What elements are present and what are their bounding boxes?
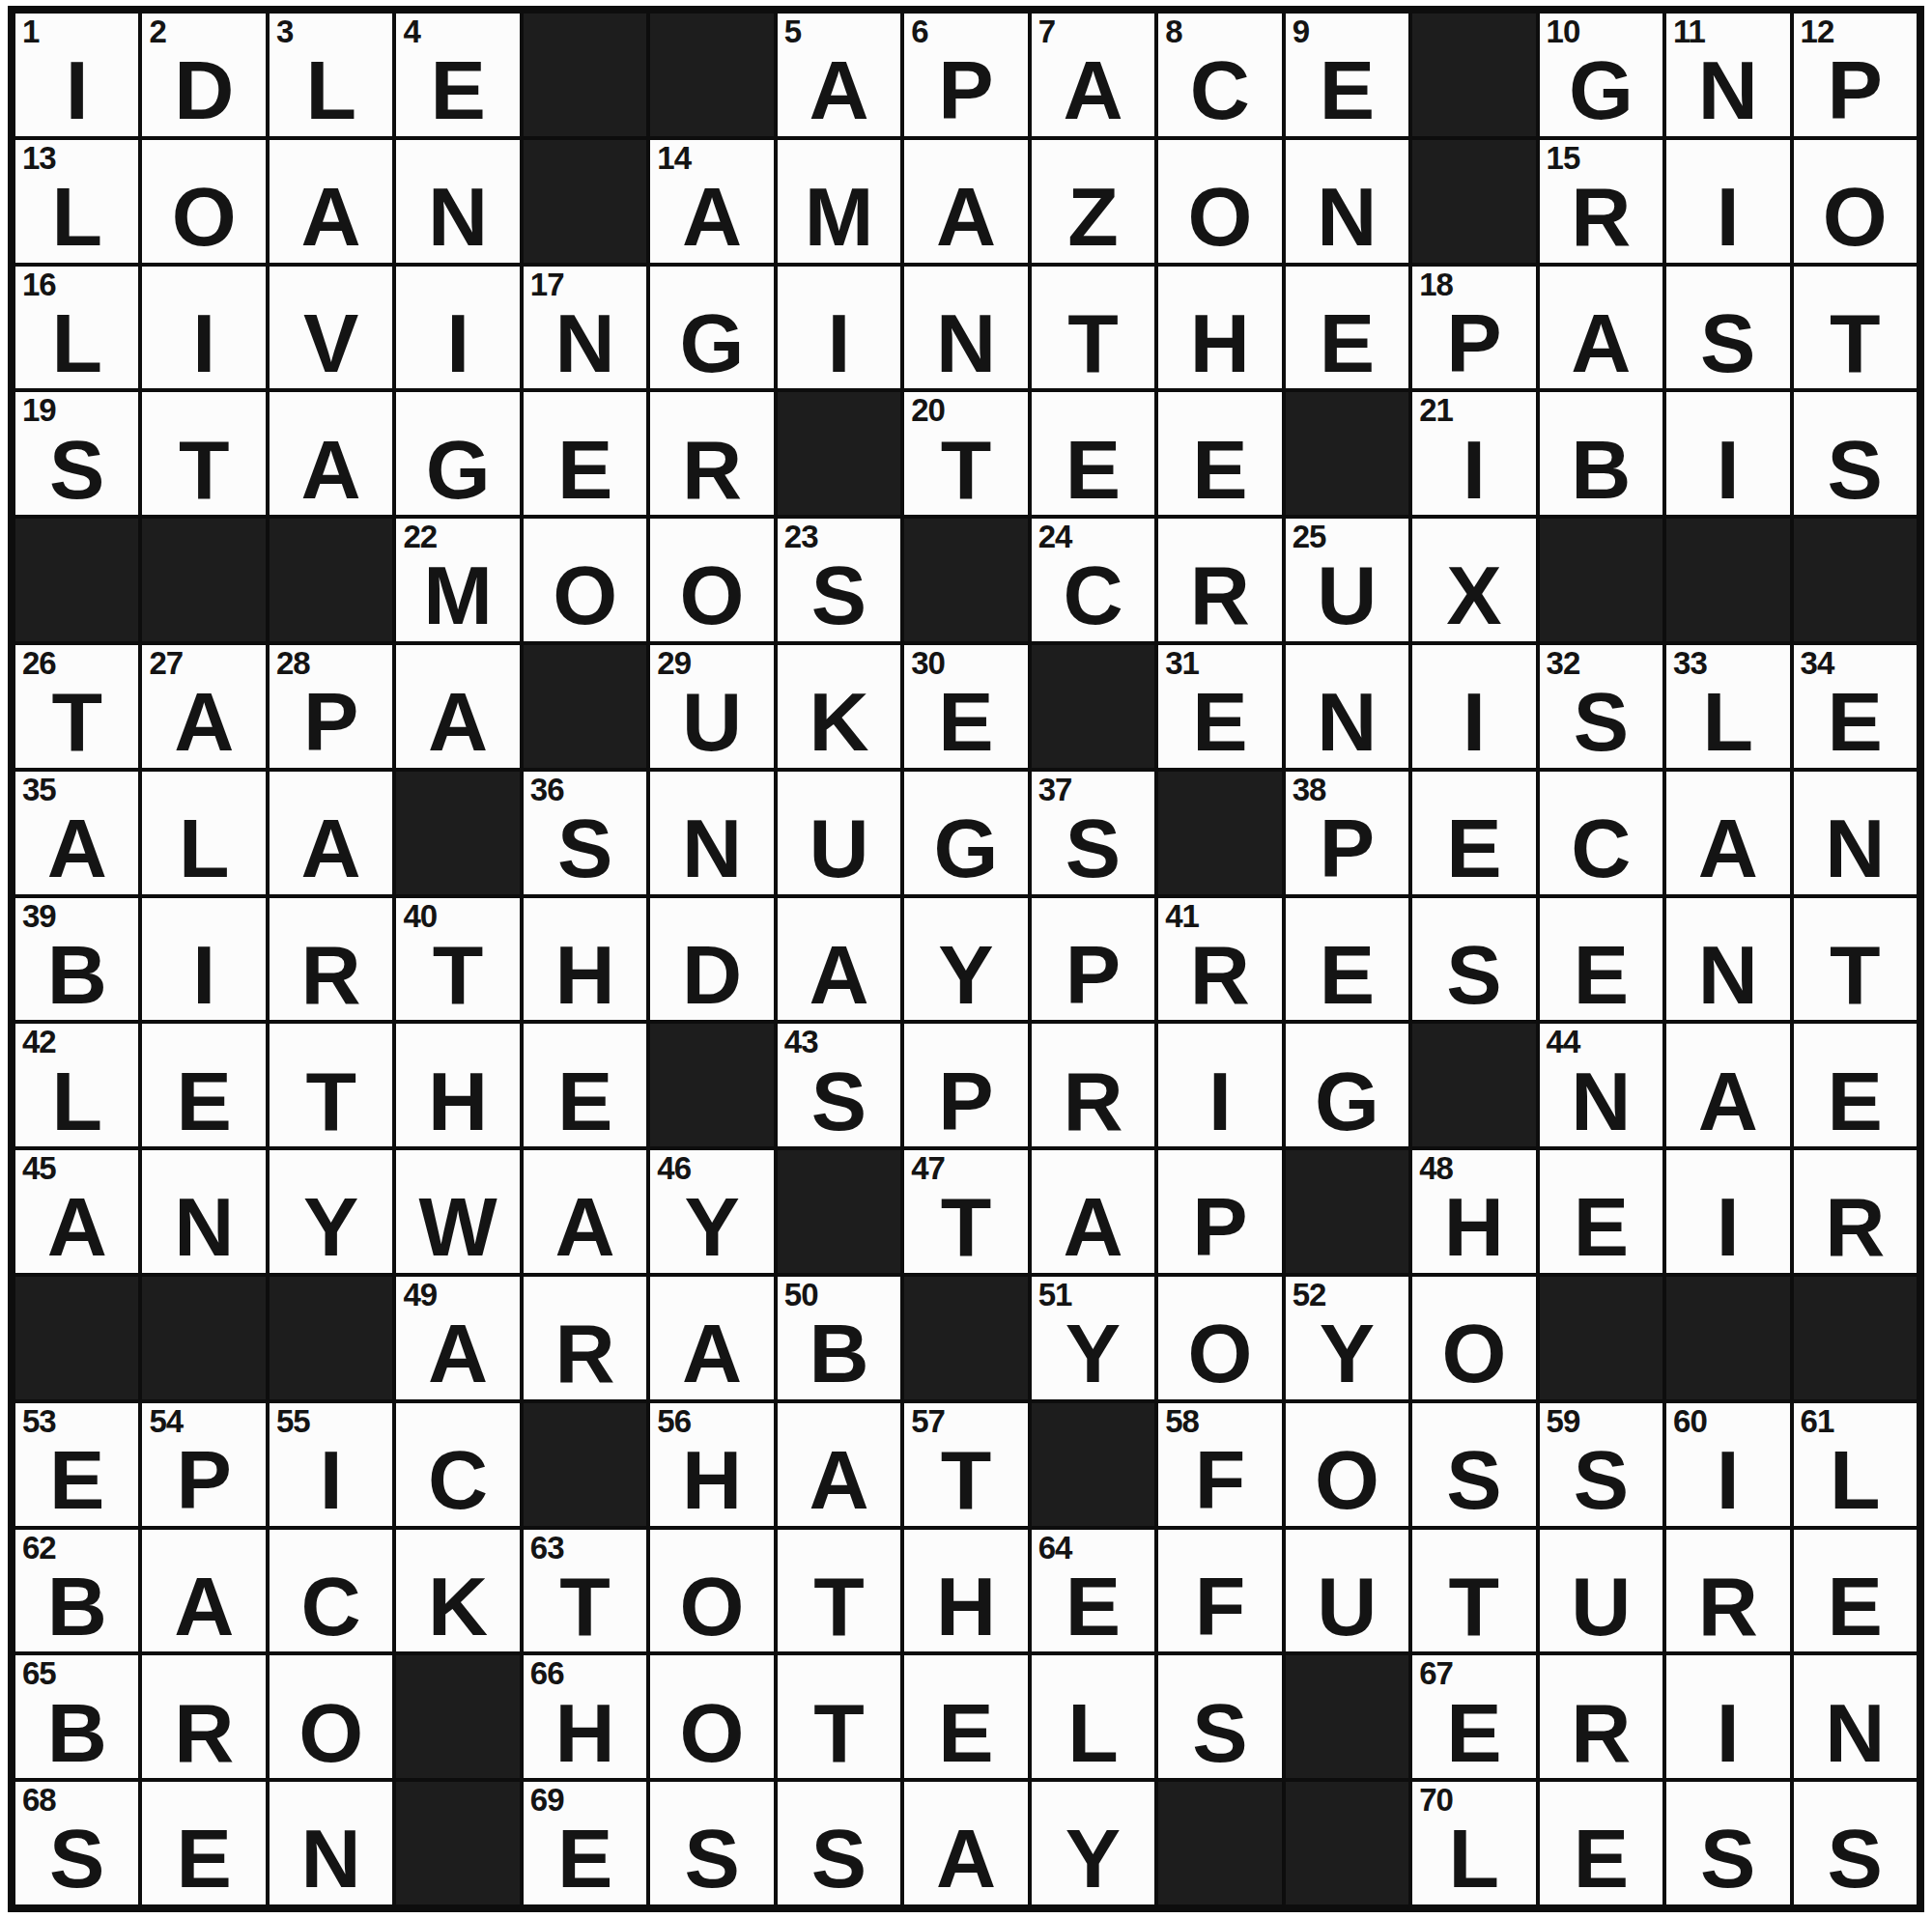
cell-r14-c14[interactable]: I — [1666, 1655, 1789, 1778]
cell-r9-c1[interactable]: 42L — [15, 1024, 138, 1146]
cell-r5-c10[interactable]: R — [1158, 519, 1281, 641]
cell-r1-c3[interactable]: 3L — [270, 14, 392, 136]
cell-letter: N — [1666, 51, 1789, 130]
cell-r15-c12[interactable]: 70L — [1412, 1782, 1535, 1904]
cell-letter: U — [1286, 1567, 1408, 1647]
cell-r13-c11[interactable]: U — [1286, 1530, 1408, 1652]
cell-letter: E — [1286, 304, 1408, 383]
cell-r1-c11[interactable]: 9E — [1286, 14, 1408, 136]
block-r7-c10 — [1158, 772, 1281, 894]
cell-r6-c12[interactable]: I — [1412, 645, 1535, 768]
cell-r1-c8[interactable]: 6P — [904, 14, 1027, 136]
cell-r7-c1[interactable]: 35A — [15, 772, 138, 894]
cell-letter: Y — [1032, 1314, 1154, 1394]
cell-r3-c4[interactable]: I — [396, 267, 519, 389]
cell-letter: I — [270, 1441, 392, 1520]
cell-letter: C — [1158, 51, 1281, 130]
cell-r9-c2[interactable]: E — [142, 1024, 265, 1146]
cell-r3-c15[interactable]: T — [1794, 267, 1917, 389]
cell-r14-c13[interactable]: R — [1540, 1655, 1662, 1778]
cell-r12-c4[interactable]: C — [396, 1403, 519, 1526]
cell-letter: B — [778, 1314, 900, 1394]
cell-r8-c14[interactable]: N — [1666, 898, 1789, 1021]
cell-r14-c5[interactable]: 66H — [524, 1655, 646, 1778]
cell-r15-c13[interactable]: E — [1540, 1782, 1662, 1904]
block-r5-c14 — [1666, 519, 1789, 641]
cell-letter: O — [142, 178, 265, 257]
cell-r10-c12[interactable]: 48H — [1412, 1150, 1535, 1273]
cell-r12-c10[interactable]: 58F — [1158, 1403, 1281, 1526]
cell-r9-c4[interactable]: H — [396, 1024, 519, 1146]
cell-r8-c1[interactable]: 39B — [15, 898, 138, 1021]
cell-r8-c7[interactable]: A — [778, 898, 900, 1021]
cell-letter: H — [904, 1567, 1027, 1647]
cell-letter: Y — [904, 936, 1027, 1015]
cell-r6-c3[interactable]: 28P — [270, 645, 392, 768]
cell-r2-c14[interactable]: I — [1666, 140, 1789, 263]
cell-r3-c13[interactable]: A — [1540, 267, 1662, 389]
cell-r4-c8[interactable]: 20T — [904, 392, 1027, 515]
cell-r3-c7[interactable]: I — [778, 267, 900, 389]
cell-r6-c6[interactable]: 29U — [650, 645, 773, 768]
cell-r3-c12[interactable]: 18P — [1412, 267, 1535, 389]
cell-r13-c14[interactable]: R — [1666, 1530, 1789, 1652]
cell-r9-c5[interactable]: E — [524, 1024, 646, 1146]
cell-letter: A — [1666, 809, 1789, 888]
cell-r6-c11[interactable]: N — [1286, 645, 1408, 768]
cell-r1-c2[interactable]: 2D — [142, 14, 265, 136]
cell-r7-c9[interactable]: 37S — [1032, 772, 1154, 894]
cell-r12-c7[interactable]: A — [778, 1403, 900, 1526]
block-r12-c9 — [1032, 1403, 1154, 1526]
cell-letter: A — [270, 431, 392, 510]
cell-letter: S — [1794, 1819, 1917, 1899]
cell-letter: K — [396, 1567, 519, 1647]
cell-r9-c13[interactable]: 44N — [1540, 1024, 1662, 1146]
cell-r6-c15[interactable]: 34E — [1794, 645, 1917, 768]
cell-r2-c13[interactable]: 15R — [1540, 140, 1662, 263]
cell-r13-c6[interactable]: O — [650, 1530, 773, 1652]
cell-r14-c1[interactable]: 65B — [15, 1655, 138, 1778]
cell-letter: E — [524, 431, 646, 510]
cell-r10-c9[interactable]: A — [1032, 1150, 1154, 1273]
cell-letter: S — [1412, 1441, 1535, 1520]
cell-letter: H — [396, 1062, 519, 1142]
cell-r8-c12[interactable]: S — [1412, 898, 1535, 1021]
block-r11-c13 — [1540, 1277, 1662, 1399]
cell-r2-c3[interactable]: A — [270, 140, 392, 263]
cell-r11-c6[interactable]: A — [650, 1277, 773, 1399]
cell-letter: T — [904, 1441, 1027, 1520]
cell-r6-c4[interactable]: A — [396, 645, 519, 768]
cell-r15-c14[interactable]: S — [1666, 1782, 1789, 1904]
cell-r10-c1[interactable]: 45A — [15, 1150, 138, 1273]
cell-r14-c3[interactable]: O — [270, 1655, 392, 1778]
cell-letter: S — [15, 431, 138, 510]
cell-r12-c14[interactable]: 60I — [1666, 1403, 1789, 1526]
cell-letter: P — [1412, 304, 1535, 383]
cell-letter: O — [524, 556, 646, 635]
cell-r3-c11[interactable]: E — [1286, 267, 1408, 389]
cell-r6-c13[interactable]: 32S — [1540, 645, 1662, 768]
cell-r9-c7[interactable]: 43S — [778, 1024, 900, 1146]
block-r2-c5 — [524, 140, 646, 263]
cell-letter: Y — [1032, 1819, 1154, 1899]
cell-r14-c10[interactable]: S — [1158, 1655, 1281, 1778]
cell-letter: C — [1540, 809, 1662, 888]
cell-r11-c5[interactable]: R — [524, 1277, 646, 1399]
cell-r3-c8[interactable]: N — [904, 267, 1027, 389]
cell-r10-c14[interactable]: I — [1666, 1150, 1789, 1273]
cell-r2-c4[interactable]: N — [396, 140, 519, 263]
cell-r4-c9[interactable]: E — [1032, 392, 1154, 515]
cell-r13-c7[interactable]: T — [778, 1530, 900, 1652]
cell-letter: I — [1666, 1188, 1789, 1267]
cell-letter: H — [1412, 1188, 1535, 1267]
cell-r3-c9[interactable]: T — [1032, 267, 1154, 389]
cell-r5-c5[interactable]: O — [524, 519, 646, 641]
cell-r13-c9[interactable]: 64E — [1032, 1530, 1154, 1652]
block-r11-c15 — [1794, 1277, 1917, 1399]
cell-r6-c2[interactable]: 27A — [142, 645, 265, 768]
cell-r13-c3[interactable]: C — [270, 1530, 392, 1652]
cell-r7-c8[interactable]: G — [904, 772, 1027, 894]
cell-letter: S — [1794, 431, 1917, 510]
cell-r9-c9[interactable]: R — [1032, 1024, 1154, 1146]
cell-r15-c1[interactable]: 68S — [15, 1782, 138, 1904]
cell-r9-c14[interactable]: A — [1666, 1024, 1789, 1146]
cell-letter: O — [1158, 1314, 1281, 1394]
cell-r13-c1[interactable]: 62B — [15, 1530, 138, 1652]
cell-letter: U — [778, 809, 900, 888]
cell-r13-c4[interactable]: K — [396, 1530, 519, 1652]
cell-r8-c10[interactable]: 41R — [1158, 898, 1281, 1021]
cell-r2-c11[interactable]: N — [1286, 140, 1408, 263]
cell-r8-c2[interactable]: I — [142, 898, 265, 1021]
cell-letter: L — [15, 1062, 138, 1142]
cell-r2-c1[interactable]: 13L — [15, 140, 138, 263]
cell-r15-c5[interactable]: 69E — [524, 1782, 646, 1904]
cell-r10-c8[interactable]: 47T — [904, 1150, 1027, 1273]
block-r12-c5 — [524, 1403, 646, 1526]
cell-r4-c2[interactable]: T — [142, 392, 265, 515]
cell-r8-c3[interactable]: R — [270, 898, 392, 1021]
cell-r15-c8[interactable]: A — [904, 1782, 1027, 1904]
block-r11-c2 — [142, 1277, 265, 1399]
cell-r14-c6[interactable]: O — [650, 1655, 773, 1778]
cell-r12-c2[interactable]: 54P — [142, 1403, 265, 1526]
cell-r1-c13[interactable]: 10G — [1540, 14, 1662, 136]
block-r4-c11 — [1286, 392, 1408, 515]
cell-letter: N — [1286, 683, 1408, 762]
cell-r12-c1[interactable]: 53E — [15, 1403, 138, 1526]
cell-r1-c4[interactable]: 4E — [396, 14, 519, 136]
cell-letter: P — [1794, 51, 1917, 130]
cell-r4-c13[interactable]: B — [1540, 392, 1662, 515]
cell-letter: S — [524, 809, 646, 888]
cell-r10-c5[interactable]: A — [524, 1150, 646, 1273]
cell-letter: S — [778, 1819, 900, 1899]
cell-r14-c7[interactable]: T — [778, 1655, 900, 1778]
cell-r14-c15[interactable]: N — [1794, 1655, 1917, 1778]
cell-r13-c15[interactable]: E — [1794, 1530, 1917, 1652]
cell-r2-c7[interactable]: M — [778, 140, 900, 263]
cell-r13-c2[interactable]: A — [142, 1530, 265, 1652]
cell-r4-c12[interactable]: 21I — [1412, 392, 1535, 515]
cell-r7-c15[interactable]: N — [1794, 772, 1917, 894]
cell-r3-c10[interactable]: H — [1158, 267, 1281, 389]
cell-letter: B — [15, 936, 138, 1015]
cell-r7-c12[interactable]: E — [1412, 772, 1535, 894]
cell-r7-c2[interactable]: L — [142, 772, 265, 894]
clue-number: 2 — [149, 15, 165, 49]
cell-r14-c9[interactable]: L — [1032, 1655, 1154, 1778]
cell-r14-c8[interactable]: E — [904, 1655, 1027, 1778]
cell-r1-c9[interactable]: 7A — [1032, 14, 1154, 136]
cell-r6-c8[interactable]: 30E — [904, 645, 1027, 768]
cell-r5-c12[interactable]: X — [1412, 519, 1535, 641]
cell-letter: I — [396, 304, 519, 383]
cell-r15-c2[interactable]: E — [142, 1782, 265, 1904]
cell-letter: L — [1666, 683, 1789, 762]
cell-letter: T — [270, 1062, 392, 1142]
clue-number: 7 — [1038, 15, 1055, 49]
cell-r1-c10[interactable]: 8C — [1158, 14, 1281, 136]
cell-r15-c3[interactable]: N — [270, 1782, 392, 1904]
clue-number: 5 — [784, 15, 801, 49]
block-r7-c4 — [396, 772, 519, 894]
cell-r4-c5[interactable]: E — [524, 392, 646, 515]
cell-r5-c9[interactable]: 24C — [1032, 519, 1154, 641]
cell-r7-c7[interactable]: U — [778, 772, 900, 894]
cell-r2-c2[interactable]: O — [142, 140, 265, 263]
cell-r3-c1[interactable]: 16L — [15, 267, 138, 389]
cell-r9-c8[interactable]: P — [904, 1024, 1027, 1146]
cell-r6-c7[interactable]: K — [778, 645, 900, 768]
clue-number: 60 — [1673, 1405, 1707, 1439]
cell-r1-c14[interactable]: 11N — [1666, 14, 1789, 136]
cell-r10-c4[interactable]: W — [396, 1150, 519, 1273]
block-r15-c11 — [1286, 1782, 1408, 1904]
cell-r12-c8[interactable]: 57T — [904, 1403, 1027, 1526]
cell-letter: A — [396, 683, 519, 762]
cell-letter: S — [1666, 1819, 1789, 1899]
cell-r13-c12[interactable]: T — [1412, 1530, 1535, 1652]
cell-letter: A — [1666, 1062, 1789, 1142]
cell-r1-c7[interactable]: 5A — [778, 14, 900, 136]
cell-letter: G — [1540, 51, 1662, 130]
cell-letter: S — [1666, 304, 1789, 383]
cell-r3-c2[interactable]: I — [142, 267, 265, 389]
cell-r9-c3[interactable]: T — [270, 1024, 392, 1146]
cell-r11-c10[interactable]: O — [1158, 1277, 1281, 1399]
cell-r11-c12[interactable]: O — [1412, 1277, 1535, 1399]
cell-r2-c10[interactable]: O — [1158, 140, 1281, 263]
cell-r2-c15[interactable]: O — [1794, 140, 1917, 263]
cell-letter: O — [650, 1694, 773, 1773]
cell-r4-c3[interactable]: A — [270, 392, 392, 515]
cell-r5-c6[interactable]: O — [650, 519, 773, 641]
cell-r14-c2[interactable]: R — [142, 1655, 265, 1778]
cell-r15-c9[interactable]: Y — [1032, 1782, 1154, 1904]
cell-r13-c10[interactable]: F — [1158, 1530, 1281, 1652]
cell-letter: G — [1286, 1062, 1408, 1142]
cell-r7-c14[interactable]: A — [1666, 772, 1789, 894]
cell-letter: A — [270, 178, 392, 257]
cell-r8-c15[interactable]: T — [1794, 898, 1917, 1021]
cell-r10-c2[interactable]: N — [142, 1150, 265, 1273]
cell-r8-c8[interactable]: Y — [904, 898, 1027, 1021]
cell-r12-c6[interactable]: 56H — [650, 1403, 773, 1526]
block-r5-c15 — [1794, 519, 1917, 641]
cell-r4-c10[interactable]: E — [1158, 392, 1281, 515]
cell-letter: E — [142, 1062, 265, 1142]
cell-r15-c7[interactable]: S — [778, 1782, 900, 1904]
cell-r10-c6[interactable]: 46Y — [650, 1150, 773, 1273]
cell-r8-c6[interactable]: D — [650, 898, 773, 1021]
cell-letter: X — [1412, 556, 1535, 635]
cell-letter: O — [650, 1567, 773, 1647]
cell-r11-c9[interactable]: 51Y — [1032, 1277, 1154, 1399]
cell-r4-c6[interactable]: R — [650, 392, 773, 515]
clue-number: 3 — [276, 15, 293, 49]
cell-r3-c3[interactable]: V — [270, 267, 392, 389]
block-r5-c2 — [142, 519, 265, 641]
cell-r13-c5[interactable]: 63T — [524, 1530, 646, 1652]
cell-letter: E — [1794, 1062, 1917, 1142]
cell-letter: I — [1412, 431, 1535, 510]
block-r15-c10 — [1158, 1782, 1281, 1904]
cell-letter: A — [778, 51, 900, 130]
cell-letter: A — [524, 1188, 646, 1267]
cell-r6-c10[interactable]: 31E — [1158, 645, 1281, 768]
cell-r13-c8[interactable]: H — [904, 1530, 1027, 1652]
cell-r7-c5[interactable]: 36S — [524, 772, 646, 894]
cell-r8-c4[interactable]: 40T — [396, 898, 519, 1021]
cell-r8-c11[interactable]: E — [1286, 898, 1408, 1021]
cell-r5-c11[interactable]: 25U — [1286, 519, 1408, 641]
cell-letter: C — [1032, 556, 1154, 635]
cell-r9-c10[interactable]: I — [1158, 1024, 1281, 1146]
block-r11-c3 — [270, 1277, 392, 1399]
cell-r10-c3[interactable]: Y — [270, 1150, 392, 1273]
cell-r14-c12[interactable]: 67E — [1412, 1655, 1535, 1778]
cell-letter: A — [142, 683, 265, 762]
cell-r6-c1[interactable]: 26T — [15, 645, 138, 768]
cell-r4-c4[interactable]: G — [396, 392, 519, 515]
cell-r2-c8[interactable]: A — [904, 140, 1027, 263]
cell-letter: E — [524, 1819, 646, 1899]
cell-r4-c1[interactable]: 19S — [15, 392, 138, 515]
cell-letter: N — [1286, 178, 1408, 257]
cell-letter: L — [1032, 1694, 1154, 1773]
cell-letter: N — [1666, 936, 1789, 1015]
clue-number: 8 — [1165, 15, 1181, 49]
cell-letter: O — [1794, 178, 1917, 257]
cell-r4-c15[interactable]: S — [1794, 392, 1917, 515]
cell-letter: E — [1540, 1188, 1662, 1267]
cell-letter: I — [1666, 178, 1789, 257]
cell-r10-c13[interactable]: E — [1540, 1150, 1662, 1273]
cell-letter: K — [778, 683, 900, 762]
cell-r9-c11[interactable]: G — [1286, 1024, 1408, 1146]
cell-letter: E — [1794, 1567, 1917, 1647]
cell-r7-c6[interactable]: N — [650, 772, 773, 894]
cell-letter: H — [524, 1694, 646, 1773]
cell-letter: A — [396, 1314, 519, 1394]
cell-r3-c5[interactable]: 17N — [524, 267, 646, 389]
cell-r5-c4[interactable]: 22M — [396, 519, 519, 641]
cell-letter: N — [142, 1188, 265, 1267]
cell-r7-c3[interactable]: A — [270, 772, 392, 894]
cell-r8-c13[interactable]: E — [1540, 898, 1662, 1021]
cell-r11-c4[interactable]: 49A — [396, 1277, 519, 1399]
block-r10-c11 — [1286, 1150, 1408, 1273]
cell-letter: V — [270, 304, 392, 383]
cell-letter: S — [650, 1819, 773, 1899]
cell-r15-c15[interactable]: S — [1794, 1782, 1917, 1904]
cell-r11-c11[interactable]: 52Y — [1286, 1277, 1408, 1399]
cell-r2-c9[interactable]: Z — [1032, 140, 1154, 263]
cell-r4-c14[interactable]: I — [1666, 392, 1789, 515]
cell-r8-c9[interactable]: P — [1032, 898, 1154, 1021]
cell-r12-c12[interactable]: S — [1412, 1403, 1535, 1526]
cell-letter: F — [1158, 1441, 1281, 1520]
cell-r9-c15[interactable]: E — [1794, 1024, 1917, 1146]
cell-r2-c6[interactable]: 14A — [650, 140, 773, 263]
cell-letter: N — [650, 809, 773, 888]
cell-r7-c11[interactable]: 38P — [1286, 772, 1408, 894]
cell-letter: Z — [1032, 178, 1154, 257]
cell-r12-c3[interactable]: 55I — [270, 1403, 392, 1526]
cell-r3-c6[interactable]: G — [650, 267, 773, 389]
cell-letter: L — [270, 51, 392, 130]
cell-r6-c14[interactable]: 33L — [1666, 645, 1789, 768]
cell-r10-c10[interactable]: P — [1158, 1150, 1281, 1273]
block-r4-c7 — [778, 392, 900, 515]
cell-letter: N — [1540, 1062, 1662, 1142]
cell-r1-c15[interactable]: 12P — [1794, 14, 1917, 136]
cell-letter: B — [15, 1567, 138, 1647]
cell-r8-c5[interactable]: H — [524, 898, 646, 1021]
clue-number: 20 — [911, 394, 945, 428]
cell-letter: E — [1412, 1694, 1535, 1773]
cell-r3-c14[interactable]: S — [1666, 267, 1789, 389]
cell-r7-c13[interactable]: C — [1540, 772, 1662, 894]
block-r10-c7 — [778, 1150, 900, 1273]
clue-number: 47 — [911, 1152, 945, 1186]
cell-letter: A — [650, 1314, 773, 1394]
cell-r15-c6[interactable]: S — [650, 1782, 773, 1904]
cell-r10-c15[interactable]: R — [1794, 1150, 1917, 1273]
cell-letter: N — [396, 178, 519, 257]
cell-letter: E — [1032, 1567, 1154, 1647]
cell-r5-c7[interactable]: 23S — [778, 519, 900, 641]
cell-letter: D — [650, 936, 773, 1015]
cell-r12-c15[interactable]: 61L — [1794, 1403, 1917, 1526]
cell-letter: N — [1794, 809, 1917, 888]
block-r6-c9 — [1032, 645, 1154, 768]
cell-r12-c11[interactable]: O — [1286, 1403, 1408, 1526]
cell-letter: I — [778, 304, 900, 383]
cell-r13-c13[interactable]: U — [1540, 1530, 1662, 1652]
cell-r1-c1[interactable]: 1I — [15, 14, 138, 136]
cell-r11-c7[interactable]: 50B — [778, 1277, 900, 1399]
cell-r12-c13[interactable]: 59S — [1540, 1403, 1662, 1526]
cell-letter: R — [270, 936, 392, 1015]
cell-letter: P — [904, 51, 1027, 130]
cell-letter: R — [1540, 1694, 1662, 1773]
